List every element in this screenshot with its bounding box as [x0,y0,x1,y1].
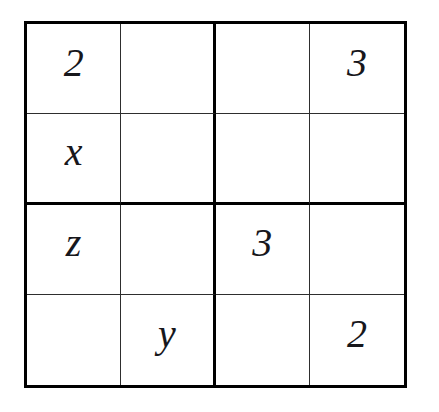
cell-r3c1[interactable]: z [27,205,121,295]
cell-value: 2 [64,43,84,83]
cell-r4c3[interactable] [216,295,310,385]
cell-r1c2[interactable] [121,24,215,114]
cell-r1c1[interactable]: 2 [27,24,121,114]
cell-value: 3 [347,43,367,83]
cell-r4c2[interactable]: y [121,295,215,385]
cell-r4c4[interactable]: 2 [310,295,404,385]
cell-r2c2[interactable] [121,114,215,204]
cell-r2c4[interactable] [310,114,404,204]
cell-r4c1[interactable] [27,295,121,385]
cell-value: z [66,223,82,263]
cell-r3c4[interactable] [310,205,404,295]
cell-value: y [158,314,176,354]
cell-r3c2[interactable] [121,205,215,295]
cell-r3c3[interactable]: 3 [216,205,310,295]
cell-r1c3[interactable] [216,24,310,114]
cell-r2c3[interactable] [216,114,310,204]
cell-r1c4[interactable]: 3 [310,24,404,114]
cell-r2c1[interactable]: x [27,114,121,204]
cell-value: 2 [347,314,367,354]
cell-value: 3 [252,223,272,263]
cell-value: x [65,132,83,172]
sudoku-board: 2 3 x z 3 y 2 [24,21,407,388]
